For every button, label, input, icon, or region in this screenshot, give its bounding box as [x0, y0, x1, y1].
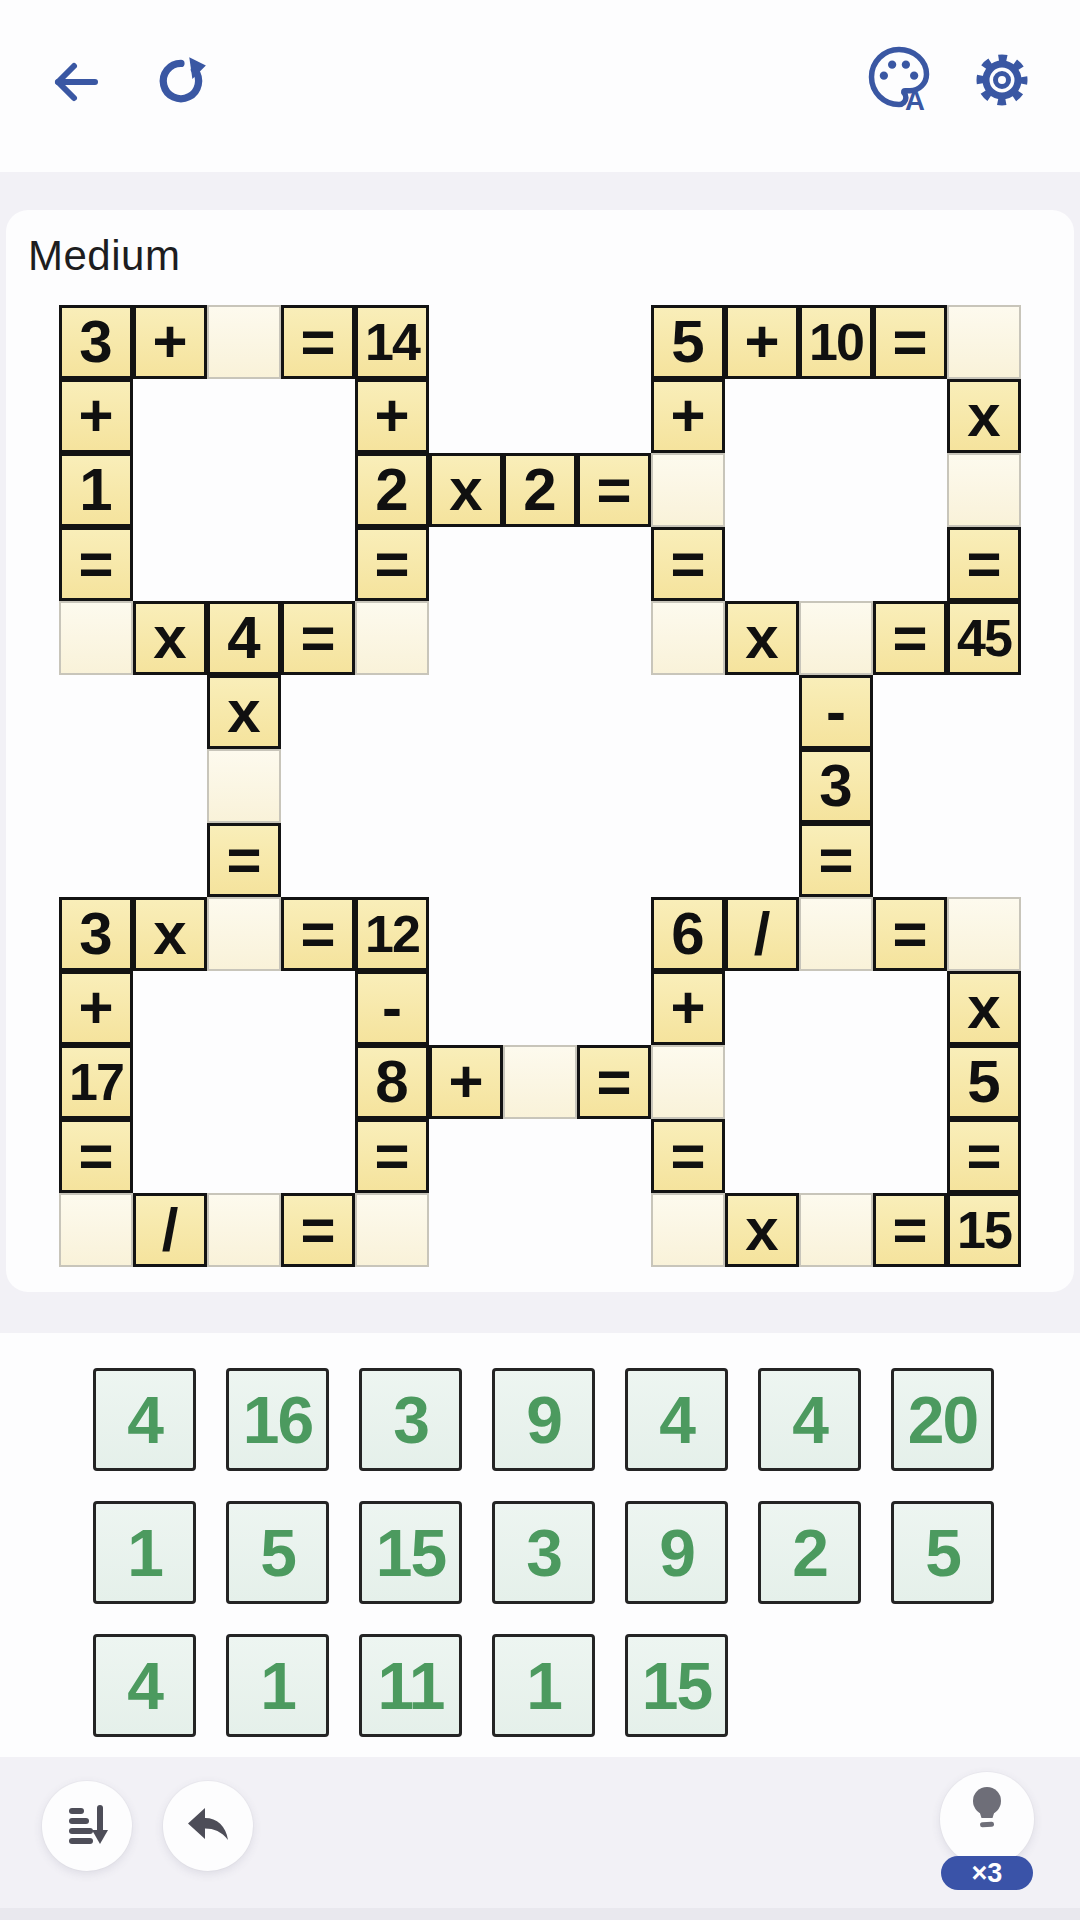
number-tile[interactable]: 4	[758, 1368, 861, 1471]
cell-r9c4: =	[281, 897, 355, 971]
number-tile[interactable]: 1	[93, 1501, 196, 1604]
number-tile[interactable]: 15	[625, 1634, 728, 1737]
cell-r6c2	[133, 675, 207, 749]
cell-r7c11: 3	[799, 749, 873, 823]
cell-r8c13	[947, 823, 1021, 897]
cell-r1c8	[577, 305, 651, 379]
cell-r5c7	[503, 601, 577, 675]
cell-r12c2	[133, 1119, 207, 1193]
cell-r1c13[interactable]	[947, 305, 1021, 379]
cell-r10c2	[133, 971, 207, 1045]
cell-r12c1: =	[59, 1119, 133, 1193]
cell-r5c2: x	[133, 601, 207, 675]
cell-r3c10	[725, 453, 799, 527]
cell-r13c7	[503, 1193, 577, 1267]
difficulty-label: Medium	[28, 232, 180, 280]
cell-r3c5: 2	[355, 453, 429, 527]
cell-r11c1: 17	[59, 1045, 133, 1119]
cell-r6c11: -	[799, 675, 873, 749]
cell-r3c12	[873, 453, 947, 527]
cell-r2c8	[577, 379, 651, 453]
sort-icon	[63, 1800, 111, 1852]
cell-r8c7	[503, 823, 577, 897]
cell-r9c10: /	[725, 897, 799, 971]
cell-r2c1: +	[59, 379, 133, 453]
cell-r9c9: 6	[651, 897, 725, 971]
cell-r11c6: +	[429, 1045, 503, 1119]
cell-r6c12	[873, 675, 947, 749]
cell-r1c12: =	[873, 305, 947, 379]
cell-r13c4: =	[281, 1193, 355, 1267]
cell-r3c3	[207, 453, 281, 527]
cell-r1c5: 14	[355, 305, 429, 379]
cell-r8c10	[725, 823, 799, 897]
cell-r1c4: =	[281, 305, 355, 379]
cell-r11c10	[725, 1045, 799, 1119]
cell-r3c1: 1	[59, 453, 133, 527]
cell-r11c8: =	[577, 1045, 651, 1119]
number-tile[interactable]: 1	[492, 1634, 595, 1737]
cell-r5c12: =	[873, 601, 947, 675]
cell-r7c1	[59, 749, 133, 823]
cell-r12c10	[725, 1119, 799, 1193]
back-arrow-icon	[49, 57, 99, 107]
cell-r8c1	[59, 823, 133, 897]
cell-r1c10: +	[725, 305, 799, 379]
cell-r2c6	[429, 379, 503, 453]
cell-r2c9: +	[651, 379, 725, 453]
cell-r3c6: x	[429, 453, 503, 527]
number-tile[interactable]: 3	[492, 1501, 595, 1604]
restart-icon	[155, 52, 209, 106]
cell-r1c7	[503, 305, 577, 379]
cell-r5c4: =	[281, 601, 355, 675]
cell-r3c9[interactable]	[651, 453, 725, 527]
cell-r10c3	[207, 971, 281, 1045]
cell-r4c4	[281, 527, 355, 601]
number-tile[interactable]: 4	[93, 1634, 196, 1737]
cell-r11c11	[799, 1045, 873, 1119]
hint-button[interactable]	[940, 1772, 1034, 1866]
cell-r6c7	[503, 675, 577, 749]
cell-r8c2	[133, 823, 207, 897]
cell-r3c4	[281, 453, 355, 527]
cell-r9c5: 12	[355, 897, 429, 971]
number-tile[interactable]: 11	[359, 1634, 462, 1737]
number-tile[interactable]: 16	[226, 1368, 329, 1471]
cell-r3c8: =	[577, 453, 651, 527]
undo-icon	[183, 1799, 233, 1853]
cell-r7c2	[133, 749, 207, 823]
cell-r10c5: -	[355, 971, 429, 1045]
cell-r8c4	[281, 823, 355, 897]
cell-r4c9: =	[651, 527, 725, 601]
cell-r6c10	[725, 675, 799, 749]
cell-r5c1[interactable]	[59, 601, 133, 675]
cell-r4c3	[207, 527, 281, 601]
cell-r9c2: x	[133, 897, 207, 971]
cell-r13c9[interactable]	[651, 1193, 725, 1267]
svg-text:A: A	[905, 85, 925, 110]
cell-r12c5: =	[355, 1119, 429, 1193]
cell-r8c5	[355, 823, 429, 897]
cell-r11c7[interactable]	[503, 1045, 577, 1119]
number-tile[interactable]: 5	[891, 1501, 994, 1604]
number-tile[interactable]: 15	[359, 1501, 462, 1604]
cell-r13c8	[577, 1193, 651, 1267]
cell-r1c9: 5	[651, 305, 725, 379]
undo-button[interactable]	[163, 1781, 253, 1871]
cell-r9c1: 3	[59, 897, 133, 971]
cell-r11c12	[873, 1045, 947, 1119]
number-tile[interactable]: 1	[226, 1634, 329, 1737]
cell-r5c9[interactable]	[651, 601, 725, 675]
cell-r3c11	[799, 453, 873, 527]
cell-r8c11: =	[799, 823, 873, 897]
restart-button[interactable]	[155, 52, 209, 106]
cell-r5c5[interactable]	[355, 601, 429, 675]
cell-r3c2	[133, 453, 207, 527]
cell-r5c10: x	[725, 601, 799, 675]
cell-r4c11	[799, 527, 873, 601]
cell-r12c7	[503, 1119, 577, 1193]
cell-r4c8	[577, 527, 651, 601]
cell-r8c3: =	[207, 823, 281, 897]
cell-r3c7: 2	[503, 453, 577, 527]
cell-r7c13	[947, 749, 1021, 823]
cell-r11c3	[207, 1045, 281, 1119]
cell-r4c12	[873, 527, 947, 601]
cell-r6c4	[281, 675, 355, 749]
number-tile[interactable]: 9	[492, 1368, 595, 1471]
cell-r2c12	[873, 379, 947, 453]
cell-r10c7	[503, 971, 577, 1045]
cell-r10c13: x	[947, 971, 1021, 1045]
cell-r12c4	[281, 1119, 355, 1193]
cell-r1c3[interactable]	[207, 305, 281, 379]
cell-r9c7	[503, 897, 577, 971]
cell-r4c5: =	[355, 527, 429, 601]
cell-r9c12: =	[873, 897, 947, 971]
cell-r6c13	[947, 675, 1021, 749]
cell-r12c9: =	[651, 1119, 725, 1193]
cell-r2c2	[133, 379, 207, 453]
cell-r10c1: +	[59, 971, 133, 1045]
cell-r7c5	[355, 749, 429, 823]
cell-r12c11	[799, 1119, 873, 1193]
cell-r13c11[interactable]	[799, 1193, 873, 1267]
number-tile[interactable]: 2	[758, 1501, 861, 1604]
cell-r4c7	[503, 527, 577, 601]
cell-r6c1	[59, 675, 133, 749]
cell-r5c13: 45	[947, 601, 1021, 675]
cell-r12c3	[207, 1119, 281, 1193]
cell-r8c6	[429, 823, 503, 897]
puzzle-grid: 3+=145+10=+++x12x2=====x4=x=45x-3==3x=12…	[59, 305, 1021, 1267]
cell-r2c13: x	[947, 379, 1021, 453]
cell-r12c12	[873, 1119, 947, 1193]
cell-r2c4	[281, 379, 355, 453]
cell-r11c5: 8	[355, 1045, 429, 1119]
cell-r1c1: 3	[59, 305, 133, 379]
cell-r8c9	[651, 823, 725, 897]
cell-r7c8	[577, 749, 651, 823]
settings-button[interactable]	[974, 52, 1030, 108]
number-tile[interactable]: 20	[891, 1368, 994, 1471]
cell-r1c2: +	[133, 305, 207, 379]
cell-r10c9: +	[651, 971, 725, 1045]
cell-r4c2	[133, 527, 207, 601]
cell-r10c12	[873, 971, 947, 1045]
cell-r11c2	[133, 1045, 207, 1119]
cell-r10c10	[725, 971, 799, 1045]
cell-r13c5[interactable]	[355, 1193, 429, 1267]
cell-r4c10	[725, 527, 799, 601]
cell-r13c13: 15	[947, 1193, 1021, 1267]
back-button[interactable]	[49, 57, 99, 107]
cell-r10c8	[577, 971, 651, 1045]
cell-r12c13: =	[947, 1119, 1021, 1193]
cell-r9c11[interactable]	[799, 897, 873, 971]
cell-r4c1: =	[59, 527, 133, 601]
cell-r7c10	[725, 749, 799, 823]
lightbulb-icon	[961, 1796, 1013, 1842]
cell-r2c10	[725, 379, 799, 453]
number-tile[interactable]: 4	[93, 1368, 196, 1471]
cell-r13c6	[429, 1193, 503, 1267]
cell-r9c3[interactable]	[207, 897, 281, 971]
cell-r6c3: x	[207, 675, 281, 749]
cell-r9c8	[577, 897, 651, 971]
cell-r7c12	[873, 749, 947, 823]
gear-icon	[974, 52, 1030, 108]
number-tile[interactable]: 4	[625, 1368, 728, 1471]
cell-r4c6	[429, 527, 503, 601]
cell-r7c6	[429, 749, 503, 823]
cell-r11c9[interactable]	[651, 1045, 725, 1119]
cell-r9c13[interactable]	[947, 897, 1021, 971]
cell-r1c6	[429, 305, 503, 379]
cell-r2c7	[503, 379, 577, 453]
cell-r6c9	[651, 675, 725, 749]
cell-r11c4	[281, 1045, 355, 1119]
cell-r2c3	[207, 379, 281, 453]
cell-r7c3[interactable]	[207, 749, 281, 823]
cell-r5c3: 4	[207, 601, 281, 675]
cell-r7c7	[503, 749, 577, 823]
cell-r5c11[interactable]	[799, 601, 873, 675]
app-header: A	[0, 0, 1080, 172]
number-tile[interactable]: 3	[359, 1368, 462, 1471]
cell-r10c11	[799, 971, 873, 1045]
cell-r12c8	[577, 1119, 651, 1193]
cell-r1c11: 10	[799, 305, 873, 379]
bottom-strip	[0, 1908, 1080, 1920]
cell-r6c8	[577, 675, 651, 749]
cell-r7c9	[651, 749, 725, 823]
cell-r10c6	[429, 971, 503, 1045]
cell-r5c6	[429, 601, 503, 675]
cell-r6c5	[355, 675, 429, 749]
sort-tiles-button[interactable]	[42, 1781, 132, 1871]
cell-r13c3[interactable]	[207, 1193, 281, 1267]
cell-r8c12	[873, 823, 947, 897]
cell-r13c12: =	[873, 1193, 947, 1267]
cell-r7c4	[281, 749, 355, 823]
number-tile[interactable]: 5	[226, 1501, 329, 1604]
cell-r5c8	[577, 601, 651, 675]
number-tile[interactable]: 9	[625, 1501, 728, 1604]
cell-r13c1[interactable]	[59, 1193, 133, 1267]
cell-r2c11	[799, 379, 873, 453]
cell-r6c6	[429, 675, 503, 749]
palette-icon: A	[866, 44, 932, 110]
tile-tray: 416394420151539254111115	[0, 1333, 1080, 1757]
board-card: Medium 3+=145+10=+++x12x2=====x4=x=45x-3…	[6, 210, 1074, 1292]
cell-r10c4	[281, 971, 355, 1045]
cell-r13c10: x	[725, 1193, 799, 1267]
cell-r13c2: /	[133, 1193, 207, 1267]
cell-r9c6	[429, 897, 503, 971]
cell-r8c8	[577, 823, 651, 897]
cell-r2c5: +	[355, 379, 429, 453]
hint-count-badge: ×3	[941, 1856, 1033, 1890]
theme-button[interactable]: A	[866, 44, 932, 110]
cell-r3c13[interactable]	[947, 453, 1021, 527]
cell-r11c13: 5	[947, 1045, 1021, 1119]
cell-r12c6	[429, 1119, 503, 1193]
cell-r4c13: =	[947, 527, 1021, 601]
